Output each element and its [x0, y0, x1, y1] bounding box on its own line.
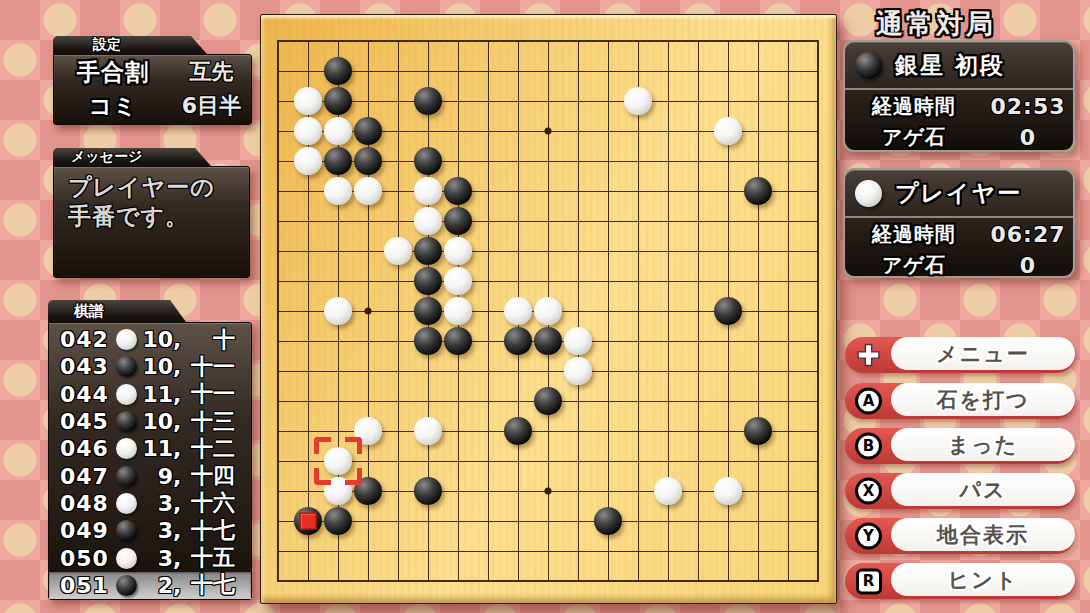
- white-stone: [294, 87, 322, 115]
- black-stone: [414, 237, 442, 265]
- black-stone: [324, 147, 352, 175]
- black-stone: [444, 207, 472, 235]
- black-stone: [414, 267, 442, 295]
- move-separator: ,: [173, 382, 183, 407]
- black-stone-icon: [116, 411, 137, 432]
- white-elapsed-row: 経過時間 06:27: [845, 219, 1073, 249]
- move-row-kanji: 十一: [183, 352, 235, 382]
- black-captures-value: 0: [983, 125, 1073, 150]
- move-separator: ,: [173, 354, 183, 379]
- black-elapsed-label: 経過時間: [845, 93, 983, 120]
- white-stone: [414, 207, 442, 235]
- move-column: 3: [139, 518, 173, 543]
- star-point: [545, 128, 552, 135]
- button-a[interactable]: A石を打つ: [845, 383, 1075, 419]
- kifu-row: 0503,十五: [49, 544, 251, 571]
- game-screen: 設定 手合割 互先 コミ 6目半 メッセージ プレイヤーの 手番です。 棋譜 0…: [0, 0, 1090, 613]
- button-label: まった: [948, 431, 1018, 459]
- black-stone: [324, 87, 352, 115]
- move-row-kanji: 十四: [183, 461, 235, 491]
- a-button-icon: A: [855, 388, 882, 415]
- move-column: 3: [139, 491, 173, 516]
- button-label: 石を打つ: [937, 386, 1030, 414]
- star-point: [545, 488, 552, 495]
- black-stone: [414, 297, 442, 325]
- kifu-panel: 04210,十04310,十一04411,十一04510,十三04611,十二0…: [48, 322, 252, 600]
- white-elapsed-value: 06:27: [983, 222, 1073, 247]
- button-face: まった: [891, 428, 1075, 461]
- move-number: 050: [60, 546, 114, 571]
- button-label: メニュー: [936, 340, 1029, 368]
- grid-line: [278, 371, 818, 372]
- move-column: 3: [139, 546, 173, 571]
- black-stone: [444, 177, 472, 205]
- white-stone-icon: [116, 384, 137, 405]
- black-player-header: 銀星 初段: [845, 42, 1073, 90]
- move-separator: ,: [173, 546, 183, 571]
- white-stone: [414, 177, 442, 205]
- move-number: 049: [60, 518, 114, 543]
- button-label: パス: [960, 476, 1007, 504]
- grid-line: [638, 41, 639, 581]
- button-x[interactable]: Xパス: [845, 473, 1075, 509]
- move-row-kanji: 十五: [183, 543, 235, 573]
- black-stone-icon: [116, 575, 137, 596]
- move-separator: ,: [173, 409, 183, 434]
- black-stone: [324, 507, 352, 535]
- black-stone: [534, 327, 562, 355]
- white-stone: [654, 477, 682, 505]
- move-row-kanji: 十六: [183, 488, 235, 518]
- white-stone-icon: [116, 548, 137, 569]
- black-player-panel: 銀星 初段 経過時間 02:53 アゲ石 0: [843, 40, 1075, 152]
- white-stone-icon: [116, 438, 137, 459]
- kifu-row: 04310,十一: [49, 353, 251, 380]
- page-title: 通常対局: [876, 6, 996, 42]
- kifu-row: 0479,十四: [49, 462, 251, 489]
- move-number: 043: [60, 354, 114, 379]
- white-stone: [324, 297, 352, 325]
- kifu-row: 0493,十七: [49, 517, 251, 544]
- black-stone: [444, 327, 472, 355]
- move-separator: ,: [173, 491, 183, 516]
- board-grid: [278, 41, 818, 581]
- message-line: 手番です。: [68, 202, 249, 231]
- move-column: 11: [139, 436, 173, 461]
- white-elapsed-label: 経過時間: [845, 221, 983, 248]
- white-stone: [414, 417, 442, 445]
- r-button-icon: R: [855, 568, 882, 595]
- white-stone: [354, 177, 382, 205]
- black-stone: [354, 117, 382, 145]
- kifu-row: 04411,十一: [49, 381, 251, 408]
- grid-line: [578, 41, 579, 581]
- kifu-row: 04210,十: [49, 326, 251, 353]
- button-face: 石を打つ: [891, 383, 1075, 416]
- black-stone-icon: [116, 520, 137, 541]
- black-stone: [594, 507, 622, 535]
- grid-line: [278, 551, 818, 552]
- grid-line: [788, 41, 789, 581]
- kifu-row: 04510,十三: [49, 408, 251, 435]
- move-row-kanji: 十七: [183, 570, 235, 600]
- white-captures-row: アゲ石 0: [845, 250, 1073, 280]
- white-stone: [444, 237, 472, 265]
- komi-row: コミ 6目半: [54, 89, 251, 123]
- black-stone-icon: [855, 52, 882, 79]
- black-stone: [354, 147, 382, 175]
- kifu-row: 0483,十六: [49, 490, 251, 517]
- move-separator: ,: [173, 327, 183, 352]
- black-stone: [324, 57, 352, 85]
- move-column: 10: [139, 409, 173, 434]
- white-stone: [504, 297, 532, 325]
- black-stone: [414, 87, 442, 115]
- grid-line: [608, 41, 609, 581]
- button-face: パス: [891, 473, 1075, 506]
- kifu-row: 0512,十七: [49, 572, 251, 599]
- move-separator: ,: [173, 518, 183, 543]
- star-point: [365, 308, 372, 315]
- message-panel-tab: メッセージ: [53, 148, 211, 166]
- move-number: 042: [60, 327, 114, 352]
- black-elapsed-row: 経過時間 02:53: [845, 91, 1073, 121]
- black-player-name: 銀星 初段: [895, 50, 1005, 81]
- white-stone: [564, 357, 592, 385]
- move-column: 11: [139, 382, 173, 407]
- black-stone: [534, 387, 562, 415]
- highlight-bracket-marker: [314, 437, 362, 485]
- white-stone: [384, 237, 412, 265]
- plus-icon: [855, 342, 882, 369]
- kifu-row: 04611,十二: [49, 435, 251, 462]
- grid-line: [278, 521, 818, 522]
- black-stone: [744, 177, 772, 205]
- white-player-name: プレイヤー: [895, 178, 1022, 209]
- white-stone: [294, 147, 322, 175]
- white-stone: [624, 87, 652, 115]
- black-stone: [414, 147, 442, 175]
- move-column: 9: [139, 464, 173, 489]
- move-separator: ,: [173, 464, 183, 489]
- black-stone: [744, 417, 772, 445]
- b-button-icon: B: [855, 433, 882, 460]
- settings-panel-tab: 設定: [53, 36, 207, 54]
- white-stone: [324, 117, 352, 145]
- white-stone: [564, 327, 592, 355]
- komi-value: 6目半: [172, 91, 251, 121]
- white-stone: [324, 177, 352, 205]
- white-stone: [714, 117, 742, 145]
- grid-line: [758, 41, 759, 581]
- grid-line: [698, 41, 699, 581]
- move-column: 10: [139, 354, 173, 379]
- button-r[interactable]: Rヒント: [845, 563, 1075, 599]
- handicap-value: 互先: [172, 57, 251, 87]
- move-row-kanji: 十三: [183, 407, 235, 437]
- button-face: メニュー: [891, 337, 1075, 370]
- komi-label: コミ: [54, 91, 172, 122]
- move-row-kanji: 十: [183, 325, 235, 355]
- white-captures-value: 0: [983, 253, 1073, 278]
- last-move-marker: [300, 513, 317, 530]
- white-stone-icon: [116, 493, 137, 514]
- button-face: 地合表示: [891, 518, 1075, 551]
- white-player-header: プレイヤー: [845, 170, 1073, 218]
- black-stone-icon: [116, 356, 137, 377]
- white-captures-label: アゲ石: [845, 252, 983, 279]
- white-stone-icon: [116, 329, 137, 350]
- move-column: 2: [139, 573, 173, 598]
- white-stone: [444, 267, 472, 295]
- button-menu[interactable]: メニュー: [845, 337, 1075, 373]
- button-face: ヒント: [891, 563, 1075, 596]
- button-label: 地合表示: [937, 521, 1029, 549]
- message-line: プレイヤーの: [68, 173, 249, 202]
- white-stone-icon: [855, 180, 882, 207]
- black-stone: [414, 477, 442, 505]
- white-stone: [534, 297, 562, 325]
- x-button-icon: X: [855, 478, 882, 505]
- move-number: 045: [60, 409, 114, 434]
- move-row-kanji: 十二: [183, 434, 235, 464]
- button-label: ヒント: [948, 566, 1018, 594]
- white-player-panel: プレイヤー 経過時間 06:27 アゲ石 0: [843, 168, 1075, 278]
- black-elapsed-value: 02:53: [983, 94, 1073, 119]
- move-separator: ,: [173, 436, 183, 461]
- move-number: 051: [60, 573, 114, 598]
- button-y[interactable]: Y地合表示: [845, 518, 1075, 554]
- message-panel: プレイヤーの 手番です。: [53, 166, 250, 278]
- black-stone: [714, 297, 742, 325]
- black-captures-row: アゲ石 0: [845, 122, 1073, 152]
- go-board[interactable]: [260, 14, 837, 604]
- white-stone: [294, 117, 322, 145]
- move-number: 046: [60, 436, 114, 461]
- move-separator: ,: [173, 573, 183, 598]
- move-number: 047: [60, 464, 114, 489]
- white-stone: [444, 297, 472, 325]
- white-stone: [714, 477, 742, 505]
- move-number: 044: [60, 382, 114, 407]
- kifu-panel-tab: 棋譜: [48, 300, 186, 322]
- handicap-row: 手合割 互先: [54, 55, 251, 89]
- move-row-kanji: 十一: [183, 379, 235, 409]
- black-stone-icon: [116, 466, 137, 487]
- black-stone: [504, 327, 532, 355]
- black-stone: [504, 417, 532, 445]
- settings-panel: 手合割 互先 コミ 6目半: [53, 54, 252, 125]
- black-captures-label: アゲ石: [845, 124, 983, 151]
- move-number: 048: [60, 491, 114, 516]
- handicap-label: 手合割: [54, 57, 172, 88]
- black-stone: [414, 327, 442, 355]
- move-column: 10: [139, 327, 173, 352]
- button-b[interactable]: Bまった: [845, 428, 1075, 464]
- y-button-icon: Y: [855, 523, 882, 550]
- move-row-kanji: 十七: [183, 516, 235, 546]
